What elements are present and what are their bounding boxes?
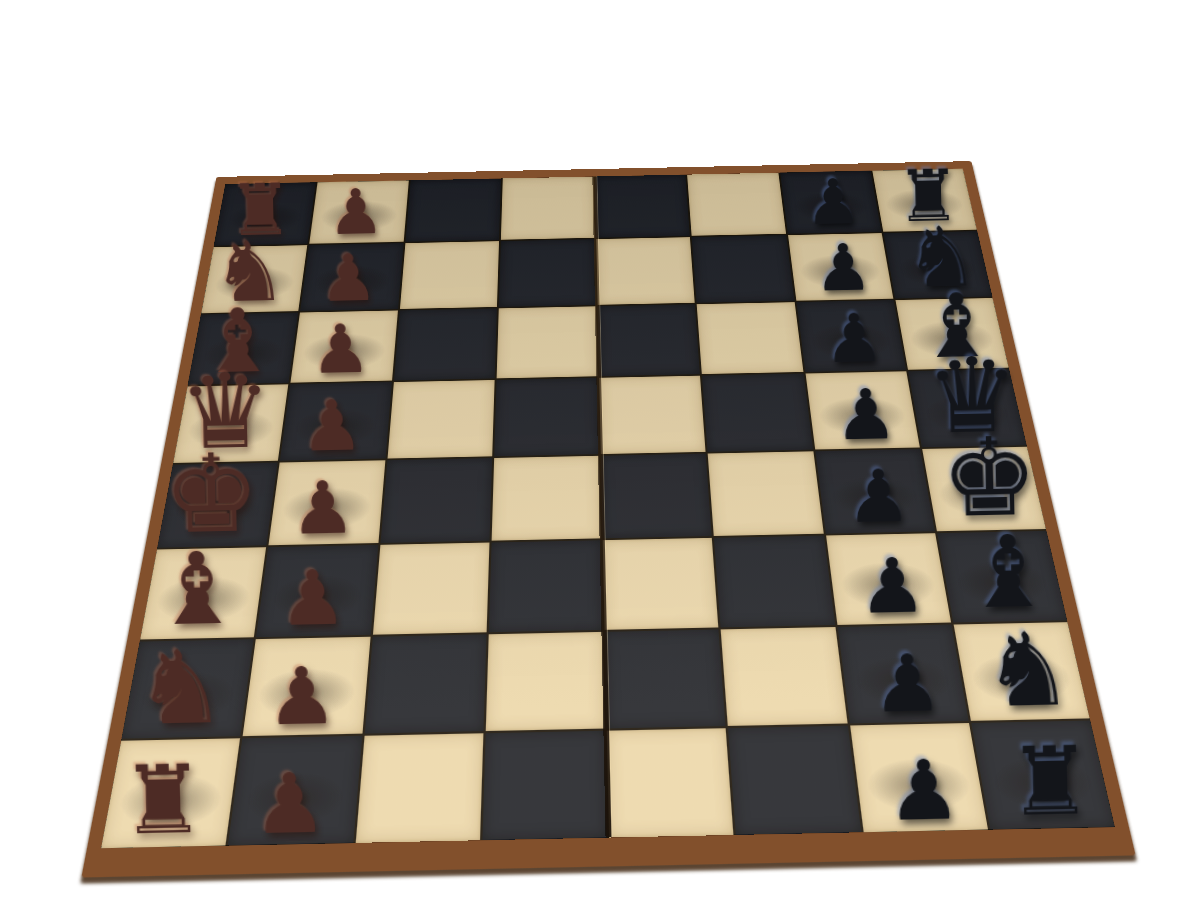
square-f2: ♟: [256, 545, 377, 637]
piece-white-knight: ♞: [134, 641, 227, 736]
square-d7: ♟: [805, 372, 920, 450]
piece-black-knight: ♞: [982, 623, 1075, 718]
piece-white-pawn: ♟: [290, 475, 356, 543]
perspective-stage: ♜♟♟♜♞♟♟♞♝♟♟♝♛♟♟♛♚♟♟♚♝♟♟♝♞♟♟♞♜♟♟♜: [160, 60, 1040, 860]
square-d6: [702, 374, 813, 452]
square-e7: ♟: [815, 449, 935, 533]
square-g2: ♟: [243, 636, 370, 736]
piece-black-bishop: ♝: [963, 526, 1054, 619]
square-g8: ♞: [953, 622, 1089, 722]
square-g6: [721, 627, 847, 727]
square-e3: [380, 458, 492, 543]
square-a7: ♟: [780, 171, 882, 234]
square-e5: [601, 454, 712, 539]
square-h4: [482, 731, 607, 840]
square-a3: [405, 179, 501, 242]
piece-black-pawn: ♟: [834, 382, 898, 447]
square-f7: ♟: [826, 533, 951, 625]
piece-white-pawn: ♟: [319, 248, 378, 309]
piece-black-pawn: ♟: [886, 752, 962, 830]
square-f6: [714, 535, 835, 627]
square-g5: [605, 629, 726, 729]
square-d5: [599, 376, 706, 454]
piece-black-pawn: ♟: [872, 647, 944, 721]
square-g4: [485, 631, 604, 731]
product-photo-scene: ♜♟♟♜♞♟♟♞♝♟♟♝♛♟♟♛♚♟♟♚♝♟♟♝♞♟♟♞♜♟♟♜: [0, 0, 1200, 900]
piece-white-pawn: ♟: [252, 765, 328, 843]
piece-white-pawn: ♟: [266, 659, 338, 733]
square-g1: ♞: [122, 639, 254, 739]
square-h5: [607, 728, 734, 837]
square-c7: ♟: [796, 300, 906, 372]
square-c4: [496, 306, 597, 379]
piece-white-bishop: ♝: [151, 543, 242, 636]
piece-black-pawn: ♟: [824, 307, 885, 370]
square-f8: ♝: [937, 531, 1067, 622]
piece-black-pawn: ♟: [846, 463, 912, 531]
square-f5: [603, 538, 719, 630]
square-d2: ♟: [280, 382, 391, 460]
square-h2: ♟: [228, 736, 362, 845]
square-c3: [394, 308, 497, 381]
square-c6: [697, 302, 803, 374]
square-f1: ♝: [140, 547, 266, 639]
piece-white-pawn: ♟: [278, 563, 347, 634]
square-e4: [491, 456, 600, 541]
piece-black-rook: ♜: [1008, 738, 1095, 827]
square-a5: [595, 175, 690, 238]
square-b2: ♟: [300, 243, 403, 311]
square-g3: [364, 634, 486, 734]
piece-white-pawn: ♟: [310, 318, 371, 381]
piece-white-rook: ♜: [120, 757, 207, 846]
square-b4: [499, 239, 596, 307]
square-h7: ♟: [850, 723, 988, 832]
piece-white-pawn: ♟: [327, 183, 384, 242]
square-f3: [372, 542, 489, 634]
square-f4: [489, 540, 603, 632]
square-e2: ♟: [269, 460, 385, 545]
square-b6: [692, 235, 794, 302]
piece-white-pawn: ♟: [300, 393, 364, 458]
square-h8: ♜: [971, 721, 1115, 830]
folding-chess-board: ♜♟♟♜♞♟♟♞♝♟♟♝♛♟♟♛♚♟♟♚♝♟♟♝♞♟♟♞♜♟♟♜: [81, 161, 1135, 877]
square-c2: ♟: [291, 310, 398, 383]
square-h1: ♜: [101, 739, 240, 849]
square-g7: ♟: [837, 624, 968, 724]
square-a2: ♟: [309, 180, 408, 243]
piece-black-pawn: ♟: [805, 173, 862, 232]
square-a6: [687, 173, 785, 236]
square-d3: [387, 380, 494, 458]
piece-black-pawn: ♟: [814, 238, 873, 299]
square-b7: ♟: [788, 233, 894, 300]
piece-black-pawn: ♟: [858, 551, 927, 622]
square-h6: [728, 726, 860, 835]
square-e6: [708, 451, 823, 535]
square-b3: [399, 241, 498, 309]
square-a4: [501, 177, 595, 240]
board-frame: ♜♟♟♜♞♟♟♞♝♟♟♝♛♟♟♛♚♟♟♚♝♟♟♝♞♟♟♞♜♟♟♜: [81, 161, 1135, 877]
square-b5: [596, 237, 695, 304]
square-d4: [494, 378, 599, 456]
square-c5: [598, 304, 700, 377]
square-h3: [355, 734, 483, 843]
